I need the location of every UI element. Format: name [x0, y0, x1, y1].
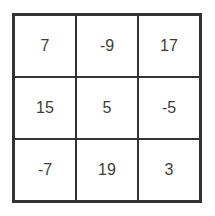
cell-r3c3: 3	[138, 139, 200, 201]
cell-r2c1: 15	[14, 77, 76, 139]
cell-r1c1: 7	[14, 15, 76, 77]
cell-r3c2: 19	[76, 139, 138, 201]
cell-r2c3: -5	[138, 77, 200, 139]
cell-r1c3: 17	[138, 15, 200, 77]
cell-r3c1: -7	[14, 139, 76, 201]
magic-square-grid: 7 -9 17 15 5 -5 -7 19 3	[12, 13, 202, 203]
cell-r2c2: 5	[76, 77, 138, 139]
cell-r1c2: -9	[76, 15, 138, 77]
